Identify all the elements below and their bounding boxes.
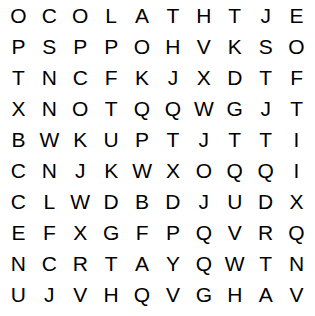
grid-cell-r8c5[interactable]: F (127, 217, 158, 248)
grid-cell-r4c7[interactable]: W (188, 93, 219, 124)
grid-cell-r4c5[interactable]: Q (127, 93, 158, 124)
grid-cell-r2c6[interactable]: H (157, 31, 188, 62)
grid-cell-r5c4[interactable]: U (96, 124, 127, 155)
grid-cell-r8c10[interactable]: Q (281, 217, 312, 248)
grid-cell-r5c7[interactable]: J (188, 124, 219, 155)
grid-cell-r7c1[interactable]: C (3, 186, 34, 217)
grid-cell-r10c8[interactable]: H (219, 279, 250, 310)
grid-cell-r6c6[interactable]: X (157, 155, 188, 186)
grid-cell-r2c10[interactable]: O (281, 31, 312, 62)
grid-cell-r2c2[interactable]: S (34, 31, 65, 62)
grid-cell-r7c9[interactable]: D (250, 186, 281, 217)
grid-cell-r6c7[interactable]: O (188, 155, 219, 186)
grid-cell-r10c9[interactable]: A (250, 279, 281, 310)
grid-cell-r9c9[interactable]: T (250, 248, 281, 279)
grid-cell-r6c8[interactable]: Q (219, 155, 250, 186)
grid-cell-r9c4[interactable]: T (96, 248, 127, 279)
grid-cell-r7c8[interactable]: U (219, 186, 250, 217)
grid-cell-r3c6[interactable]: J (157, 62, 188, 93)
grid-cell-r6c2[interactable]: N (34, 155, 65, 186)
grid-cell-r10c1[interactable]: U (3, 279, 34, 310)
grid-cell-r3c1[interactable]: T (3, 62, 34, 93)
grid-cell-r10c5[interactable]: Q (127, 279, 158, 310)
grid-cell-r10c10[interactable]: V (281, 279, 312, 310)
grid-cell-r3c10[interactable]: F (281, 62, 312, 93)
grid-cell-r4c8[interactable]: G (219, 93, 250, 124)
grid-cell-r4c3[interactable]: O (65, 93, 96, 124)
grid-cell-r9c10[interactable]: N (281, 248, 312, 279)
grid-cell-r7c7[interactable]: J (188, 186, 219, 217)
grid-cell-r4c1[interactable]: X (3, 93, 34, 124)
grid-cell-r2c7[interactable]: V (188, 31, 219, 62)
grid-cell-r6c9[interactable]: Q (250, 155, 281, 186)
grid-cell-r2c5[interactable]: O (127, 31, 158, 62)
grid-cell-r6c1[interactable]: C (3, 155, 34, 186)
grid-cell-r7c3[interactable]: W (65, 186, 96, 217)
grid-cell-r8c7[interactable]: Q (188, 217, 219, 248)
grid-cell-r7c10[interactable]: X (281, 186, 312, 217)
grid-cell-r4c10[interactable]: T (281, 93, 312, 124)
grid-cell-r6c10[interactable]: I (281, 155, 312, 186)
grid-cell-r5c5[interactable]: P (127, 124, 158, 155)
grid-cell-r7c6[interactable]: D (157, 186, 188, 217)
grid-cell-r5c2[interactable]: W (34, 124, 65, 155)
grid-cell-r8c6[interactable]: P (157, 217, 188, 248)
grid-cell-r4c4[interactable]: T (96, 93, 127, 124)
grid-cell-r5c9[interactable]: T (250, 124, 281, 155)
grid-cell-r1c8[interactable]: T (219, 0, 250, 31)
grid-cell-r8c9[interactable]: R (250, 217, 281, 248)
grid-cell-r5c8[interactable]: T (219, 124, 250, 155)
grid-cell-r2c3[interactable]: P (65, 31, 96, 62)
grid-cell-r5c6[interactable]: T (157, 124, 188, 155)
grid-cell-r1c1[interactable]: O (3, 0, 34, 31)
grid-cell-r6c3[interactable]: J (65, 155, 96, 186)
word-search-grid: OCOLATHTJEPSPPOHVKSOTNCFKJXDTFXNOTQQWGJT… (3, 0, 312, 310)
grid-cell-r10c4[interactable]: H (96, 279, 127, 310)
grid-cell-r10c7[interactable]: G (188, 279, 219, 310)
grid-cell-r1c2[interactable]: C (34, 0, 65, 31)
grid-cell-r3c9[interactable]: T (250, 62, 281, 93)
grid-cell-r5c1[interactable]: B (3, 124, 34, 155)
grid-cell-r1c7[interactable]: H (188, 0, 219, 31)
grid-cell-r6c4[interactable]: K (96, 155, 127, 186)
grid-cell-r1c9[interactable]: J (250, 0, 281, 31)
grid-cell-r9c2[interactable]: C (34, 248, 65, 279)
grid-cell-r6c5[interactable]: W (127, 155, 158, 186)
grid-cell-r2c1[interactable]: P (3, 31, 34, 62)
grid-cell-r1c10[interactable]: E (281, 0, 312, 31)
grid-cell-r8c2[interactable]: F (34, 217, 65, 248)
grid-cell-r5c10[interactable]: I (281, 124, 312, 155)
grid-cell-r8c1[interactable]: E (3, 217, 34, 248)
grid-cell-r3c2[interactable]: N (34, 62, 65, 93)
grid-cell-r8c3[interactable]: X (65, 217, 96, 248)
grid-cell-r1c3[interactable]: O (65, 0, 96, 31)
grid-cell-r7c4[interactable]: D (96, 186, 127, 217)
grid-cell-r9c6[interactable]: Y (157, 248, 188, 279)
grid-cell-r9c8[interactable]: W (219, 248, 250, 279)
grid-cell-r2c9[interactable]: S (250, 31, 281, 62)
grid-cell-r3c3[interactable]: C (65, 62, 96, 93)
grid-cell-r1c5[interactable]: A (127, 0, 158, 31)
grid-cell-r9c7[interactable]: Q (188, 248, 219, 279)
grid-cell-r10c2[interactable]: J (34, 279, 65, 310)
grid-cell-r8c4[interactable]: G (96, 217, 127, 248)
grid-cell-r9c1[interactable]: N (3, 248, 34, 279)
grid-cell-r3c7[interactable]: X (188, 62, 219, 93)
grid-cell-r3c5[interactable]: K (127, 62, 158, 93)
grid-cell-r9c3[interactable]: R (65, 248, 96, 279)
grid-cell-r9c5[interactable]: A (127, 248, 158, 279)
grid-cell-r10c3[interactable]: V (65, 279, 96, 310)
grid-cell-r10c6[interactable]: V (157, 279, 188, 310)
grid-cell-r3c8[interactable]: D (219, 62, 250, 93)
grid-cell-r4c9[interactable]: J (250, 93, 281, 124)
grid-cell-r7c5[interactable]: B (127, 186, 158, 217)
grid-cell-r5c3[interactable]: K (65, 124, 96, 155)
grid-cell-r1c4[interactable]: L (96, 0, 127, 31)
grid-cell-r7c2[interactable]: L (34, 186, 65, 217)
grid-cell-r2c4[interactable]: P (96, 31, 127, 62)
grid-cell-r1c6[interactable]: T (157, 0, 188, 31)
grid-cell-r2c8[interactable]: K (219, 31, 250, 62)
grid-cell-r4c6[interactable]: Q (157, 93, 188, 124)
grid-cell-r4c2[interactable]: N (34, 93, 65, 124)
grid-cell-r3c4[interactable]: F (96, 62, 127, 93)
grid-cell-r8c8[interactable]: V (219, 217, 250, 248)
